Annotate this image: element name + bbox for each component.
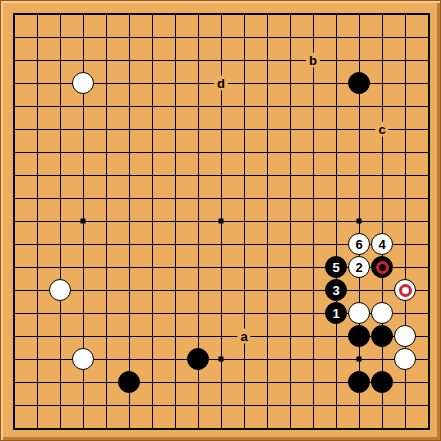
star-point [219,357,224,362]
white-stone [72,72,94,94]
black-stone [348,325,370,347]
circle-mark-icon [376,261,389,274]
black-stone [371,325,393,347]
point-label-a: a [237,329,250,344]
move-number: 5 [332,261,339,274]
move-number: 1 [332,307,339,320]
move-number: 2 [355,261,362,274]
move-number: 6 [355,238,362,251]
white-stone [394,325,416,347]
black-stone-move-1: 1 [325,302,347,324]
white-stone [371,302,393,324]
black-stone [348,371,370,393]
star-point [81,219,86,224]
move-number: 4 [378,238,385,251]
point-label-d: d [214,76,228,91]
star-point [357,357,362,362]
white-stone-marked [394,279,416,301]
white-stone-move-2: 2 [348,256,370,278]
go-board: 645231abcd [0,0,441,441]
black-stone-move-5: 5 [325,256,347,278]
point-label-c: c [375,122,388,137]
black-stone [118,371,140,393]
black-stone-marked [371,256,393,278]
white-stone-move-4: 4 [371,233,393,255]
star-point [219,219,224,224]
white-stone [49,279,71,301]
white-stone [348,302,370,324]
white-stone [72,348,94,370]
black-stone-move-3: 3 [325,279,347,301]
white-stone-move-6: 6 [348,233,370,255]
black-stone [187,348,209,370]
star-point [357,219,362,224]
circle-mark-icon [399,284,412,297]
black-stone [371,371,393,393]
white-stone [394,348,416,370]
black-stone [348,72,370,94]
move-number: 3 [332,284,339,297]
point-label-b: b [306,53,320,68]
